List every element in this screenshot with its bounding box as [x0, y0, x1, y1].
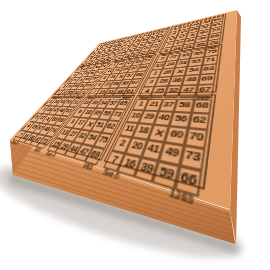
- free-space-x-icon: ×: [174, 68, 185, 76]
- free-space-x-icon: ×: [151, 125, 166, 140]
- card-header-strip: [51, 97, 83, 98]
- card-header-box-icon: [178, 96, 194, 98]
- card-header-box-icon: [75, 97, 83, 98]
- card-header-strip: [138, 96, 213, 98]
- card-header-strip: [86, 97, 132, 99]
- bingo-cell: 69: [197, 73, 216, 84]
- card-header-box-icon: [150, 97, 163, 99]
- card-header-box-icon: [122, 97, 133, 99]
- bingo-sheet-stack-scene: 520324663625445468428×536414183456759224…: [0, 0, 270, 270]
- card-header-box-icon: [164, 97, 179, 99]
- card-header-box-icon: [195, 96, 213, 98]
- card-header-box-icon: [138, 97, 150, 99]
- bingo-cell: 68: [191, 99, 212, 113]
